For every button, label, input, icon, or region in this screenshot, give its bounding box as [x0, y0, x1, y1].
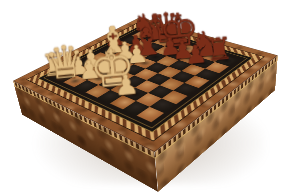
chess-set-photo: ♞♝♛♚♞♜♟♟♟♟♟♝♝♟♟♟♞♟♟♟♚♟♜♛: [0, 0, 290, 192]
chess-case: ♞♝♛♚♞♜♟♟♟♟♟♝♝♟♟♟♞♟♟♟♚♟♜♛: [18, 32, 277, 172]
black-pawn-g7[interactable]: ♟: [192, 58, 215, 69]
white-pawn-f2[interactable]: ♟: [123, 87, 148, 100]
scene-3d: ♞♝♛♚♞♜♟♟♟♟♟♝♝♟♟♟♞♟♟♟♚♟♜♛: [0, 0, 290, 192]
piece-glyph[interactable]: ♟: [162, 39, 231, 70]
piece-glyph[interactable]: ♟: [89, 68, 164, 102]
